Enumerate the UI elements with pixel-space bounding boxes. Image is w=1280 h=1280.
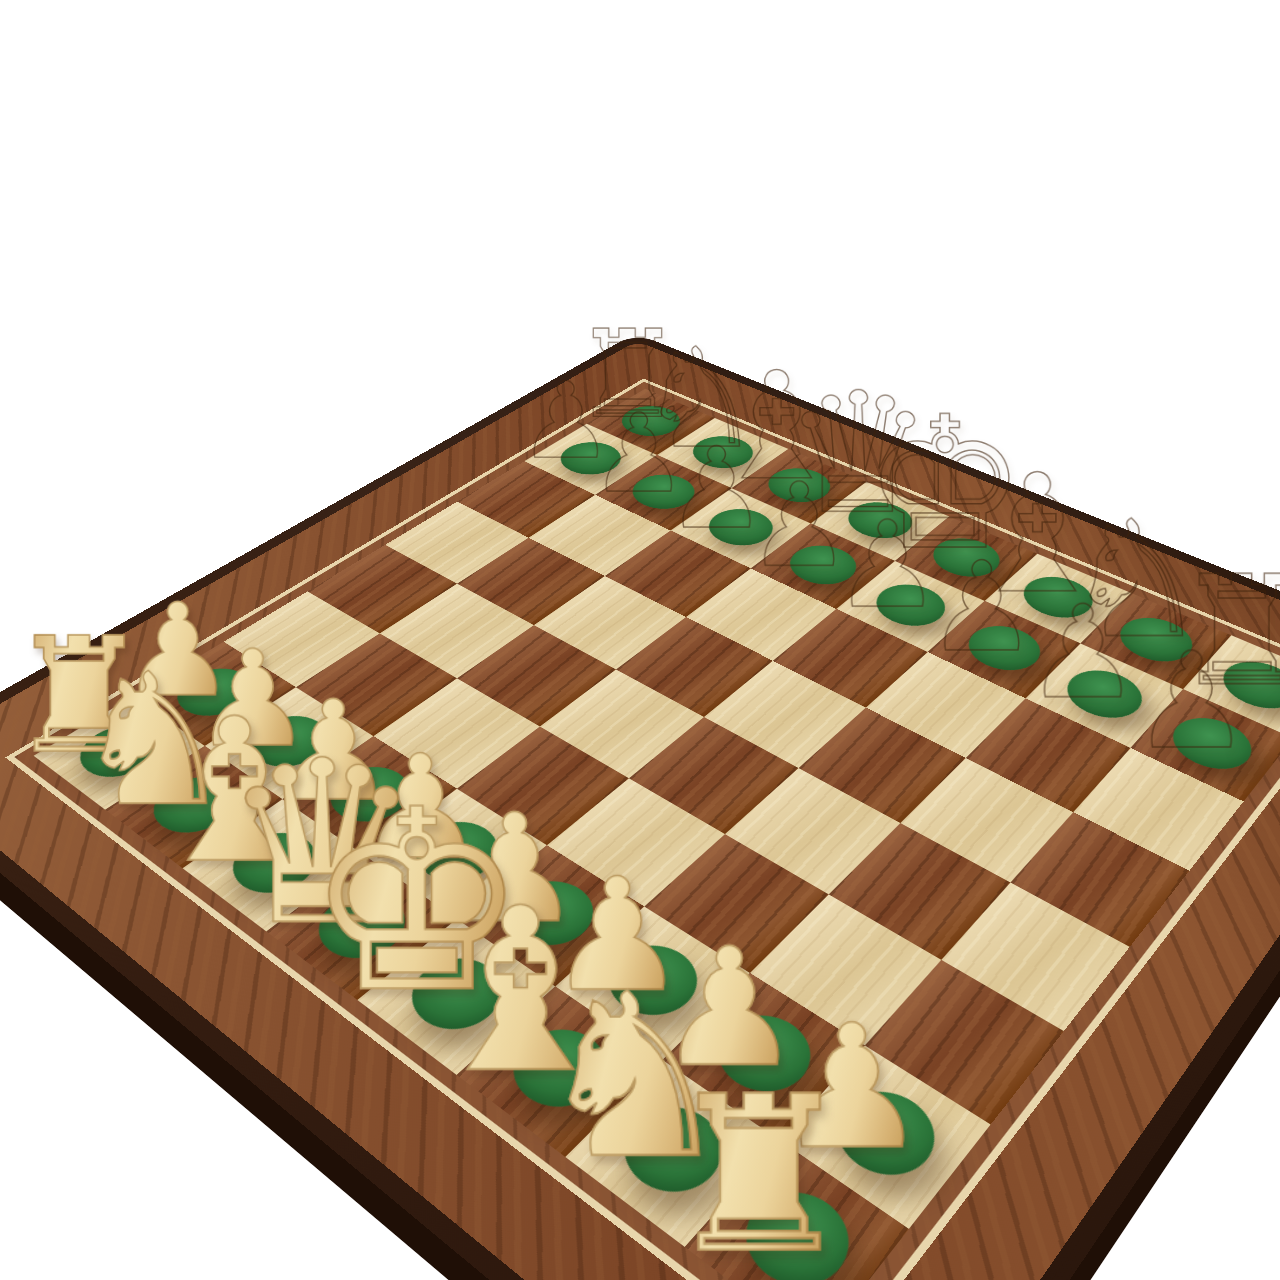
black-pawn-g7[interactable]: ♟ (1026, 588, 1141, 716)
photo-scene: ♜♞♝♛♚♝♞♜♟♟♟♟♟♟♟♟♟♟♟♟♟♟♟♟♜♞♝♛♚♝♞♜ (0, 0, 1280, 1280)
board-frame: ♜♞♝♛♚♝♞♜♟♟♟♟♟♟♟♟♟♟♟♟♟♟♟♟♜♞♝♛♚♝♞♜ (0, 341, 1280, 1280)
board-rim: ♜♞♝♛♚♝♞♜♟♟♟♟♟♟♟♟♟♟♟♟♟♟♟♟♜♞♝♛♚♝♞♜ (0, 333, 1280, 1280)
chessboard-3d: ♜♞♝♛♚♝♞♜♟♟♟♟♟♟♟♟♟♟♟♟♟♟♟♟♜♞♝♛♚♝♞♜ (0, 333, 1280, 1280)
white-rook-h1[interactable]: ♜ (663, 1068, 856, 1280)
maple-inlay-line: ♜♞♝♛♚♝♞♜♟♟♟♟♟♟♟♟♟♟♟♟♟♟♟♟♜♞♝♛♚♝♞♜ (5, 378, 1280, 1280)
square-f5[interactable] (799, 707, 966, 822)
square-h4[interactable] (941, 882, 1129, 1031)
squares-grid: ♜♞♝♛♚♝♞♜♟♟♟♟♟♟♟♟♟♟♟♟♟♟♟♟♜♞♝♛♚♝♞♜ (34, 389, 1280, 1280)
black-pawn-h7[interactable]: ♟ (1132, 635, 1251, 768)
black-pawn-e7[interactable]: ♟ (834, 505, 941, 624)
square-e4[interactable] (629, 717, 799, 834)
black-pawn-f7[interactable]: ♟ (926, 545, 1037, 669)
